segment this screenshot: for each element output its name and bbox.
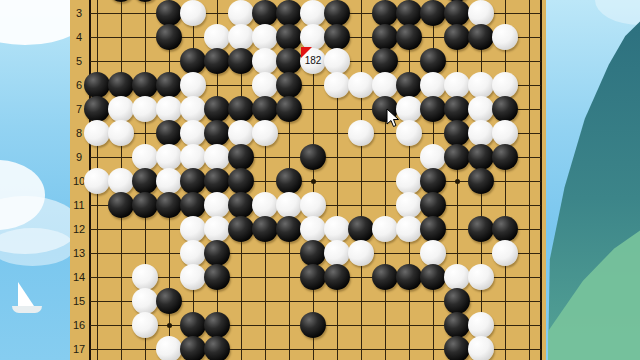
white-stone: [444, 72, 470, 98]
black-stone: [396, 24, 422, 50]
black-stone: [180, 48, 206, 74]
white-stone: [396, 216, 422, 242]
white-stone: [180, 0, 206, 26]
white-stone: [228, 120, 254, 146]
white-stone: [468, 336, 494, 360]
grid-line: [529, 0, 530, 360]
black-stone: [420, 48, 446, 74]
black-stone: [420, 216, 446, 242]
white-stone: [204, 216, 230, 242]
black-stone: [492, 144, 518, 170]
black-stone: [228, 168, 254, 194]
white-stone: [324, 240, 350, 266]
row-coordinate-label: 4: [70, 31, 88, 43]
white-stone: [492, 120, 518, 146]
white-stone: [300, 216, 326, 242]
black-stone: [180, 312, 206, 338]
black-stone: [396, 0, 422, 26]
row-coordinate-label: 9: [70, 151, 88, 163]
black-stone: [444, 120, 470, 146]
black-stone: [156, 0, 182, 26]
sailboat-icon: [12, 306, 42, 313]
white-stone: [468, 0, 494, 26]
black-stone: [468, 168, 494, 194]
black-stone: [204, 312, 230, 338]
cloud-shape: [595, 0, 640, 25]
white-stone: [84, 168, 110, 194]
white-stone: [156, 144, 182, 170]
white-stone: [372, 216, 398, 242]
white-stone: [252, 120, 278, 146]
row-coordinate-label: 16: [70, 319, 88, 331]
black-stone: [276, 0, 302, 26]
black-stone: [204, 120, 230, 146]
black-stone: [324, 24, 350, 50]
row-coordinate-label: 11: [70, 199, 88, 211]
white-stone: [276, 192, 302, 218]
white-stone: [252, 48, 278, 74]
row-coordinate-label: 17: [70, 343, 88, 355]
black-stone: [252, 96, 278, 122]
white-stone: [300, 0, 326, 26]
black-stone: [444, 336, 470, 360]
white-stone: [468, 264, 494, 290]
black-stone: [300, 312, 326, 338]
white-stone: [180, 96, 206, 122]
white-stone: [180, 144, 206, 170]
white-stone: [132, 96, 158, 122]
row-coordinate-label: 15: [70, 295, 88, 307]
white-stone: [324, 72, 350, 98]
black-stone: [492, 216, 518, 242]
black-stone: [204, 48, 230, 74]
last-move-stone: 182: [300, 48, 326, 74]
black-stone: [228, 192, 254, 218]
black-stone: [396, 264, 422, 290]
white-stone: [132, 144, 158, 170]
white-stone: [180, 72, 206, 98]
black-stone: [420, 168, 446, 194]
black-stone: [324, 0, 350, 26]
row-coordinate-label: 14: [70, 271, 88, 283]
white-stone: [396, 192, 422, 218]
black-stone: [180, 168, 206, 194]
white-stone: [132, 288, 158, 314]
black-stone: [84, 96, 110, 122]
white-stone: [300, 192, 326, 218]
white-stone: [420, 144, 446, 170]
go-board[interactable]: 34567891011121314151617182: [70, 0, 546, 360]
white-stone: [156, 96, 182, 122]
white-stone: [372, 72, 398, 98]
black-stone: [372, 48, 398, 74]
black-stone: [324, 264, 350, 290]
black-stone: [300, 144, 326, 170]
black-stone: [156, 120, 182, 146]
white-stone: [132, 312, 158, 338]
black-stone: [300, 264, 326, 290]
black-stone: [156, 192, 182, 218]
star-point: [167, 323, 172, 328]
black-stone: [348, 216, 374, 242]
row-coordinate-label: 5: [70, 55, 88, 67]
white-stone: [180, 216, 206, 242]
black-stone: [132, 72, 158, 98]
black-stone: [132, 0, 158, 2]
white-stone: [156, 336, 182, 360]
black-stone: [420, 0, 446, 26]
grid-line: [505, 0, 506, 360]
black-stone: [444, 0, 470, 26]
black-stone: [204, 264, 230, 290]
black-stone: [444, 144, 470, 170]
black-stone: [204, 96, 230, 122]
black-stone: [156, 72, 182, 98]
black-stone: [444, 288, 470, 314]
black-stone: [108, 0, 134, 2]
black-stone: [420, 192, 446, 218]
white-stone: [444, 264, 470, 290]
black-stone: [420, 96, 446, 122]
black-stone: [276, 72, 302, 98]
black-stone: [156, 24, 182, 50]
black-stone: [228, 144, 254, 170]
black-stone: [444, 24, 470, 50]
white-stone: [468, 96, 494, 122]
white-stone: [468, 312, 494, 338]
star-point: [455, 179, 460, 184]
black-stone: [84, 72, 110, 98]
white-stone: [108, 120, 134, 146]
white-stone: [132, 264, 158, 290]
white-stone: [252, 192, 278, 218]
black-stone: [228, 216, 254, 242]
black-stone: [204, 336, 230, 360]
white-stone: [324, 48, 350, 74]
cloud-shape: [0, 228, 75, 266]
white-stone: [204, 24, 230, 50]
white-stone: [156, 168, 182, 194]
black-stone: [252, 0, 278, 26]
white-stone: [252, 72, 278, 98]
black-stone: [276, 48, 302, 74]
black-stone: [108, 72, 134, 98]
black-stone: [156, 288, 182, 314]
white-stone: [324, 216, 350, 242]
black-stone: [252, 216, 278, 242]
white-stone: [108, 96, 134, 122]
mouse-cursor-icon: [386, 108, 400, 128]
white-stone: [228, 24, 254, 50]
black-stone: [204, 240, 230, 266]
white-stone: [204, 192, 230, 218]
black-stone: [228, 48, 254, 74]
black-stone: [372, 0, 398, 26]
white-stone: [180, 240, 206, 266]
white-stone: [492, 240, 518, 266]
white-stone: [228, 0, 254, 26]
black-stone: [276, 24, 302, 50]
black-stone: [180, 192, 206, 218]
black-stone: [300, 240, 326, 266]
sailboat-icon: [18, 282, 34, 306]
black-stone: [108, 192, 134, 218]
white-stone: [420, 72, 446, 98]
black-stone: [180, 336, 206, 360]
white-stone: [180, 120, 206, 146]
black-stone: [420, 264, 446, 290]
move-number-label: 182: [300, 55, 326, 67]
black-stone: [276, 96, 302, 122]
black-stone: [468, 216, 494, 242]
white-stone: [108, 168, 134, 194]
black-stone: [204, 168, 230, 194]
board-right-border: [540, 0, 542, 360]
black-stone: [444, 96, 470, 122]
row-coordinate-label: 13: [70, 247, 88, 259]
white-stone: [396, 168, 422, 194]
black-stone: [372, 264, 398, 290]
grid-line: [361, 0, 362, 360]
star-point: [311, 179, 316, 184]
black-stone: [372, 24, 398, 50]
black-stone: [132, 168, 158, 194]
black-stone: [468, 144, 494, 170]
white-stone: [420, 240, 446, 266]
black-stone: [396, 72, 422, 98]
white-stone: [348, 72, 374, 98]
screen: 34567891011121314151617182: [0, 0, 640, 360]
black-stone: [444, 312, 470, 338]
white-stone: [348, 120, 374, 146]
black-stone: [492, 96, 518, 122]
black-stone: [276, 216, 302, 242]
black-stone: [132, 192, 158, 218]
row-coordinate-label: 12: [70, 223, 88, 235]
white-stone: [468, 72, 494, 98]
white-stone: [252, 24, 278, 50]
white-stone: [468, 120, 494, 146]
white-stone: [180, 264, 206, 290]
white-stone: [492, 72, 518, 98]
row-coordinate-label: 3: [70, 7, 88, 19]
black-stone: [276, 168, 302, 194]
white-stone: [492, 24, 518, 50]
white-stone: [204, 144, 230, 170]
black-stone: [228, 96, 254, 122]
black-stone: [468, 24, 494, 50]
white-stone: [84, 120, 110, 146]
white-stone: [348, 240, 374, 266]
